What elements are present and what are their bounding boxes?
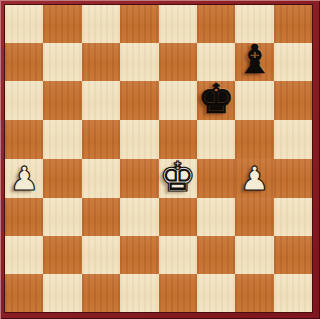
- square-c3: [82, 198, 120, 236]
- square-e3: [159, 198, 197, 236]
- square-d5: [120, 120, 158, 158]
- square-e7: [159, 43, 197, 81]
- square-e4: ♚: [159, 159, 197, 198]
- square-b5: [43, 120, 81, 158]
- square-c2: [82, 236, 120, 274]
- square-b2: [43, 236, 81, 274]
- square-e1: [159, 274, 197, 312]
- square-c6: [82, 81, 120, 120]
- black-king: ♚: [198, 79, 235, 120]
- square-h3: [274, 198, 312, 236]
- square-g3: [235, 198, 273, 236]
- square-e8: [159, 5, 197, 43]
- square-b3: [43, 198, 81, 236]
- square-g4: ♟: [235, 159, 273, 198]
- square-d2: [120, 236, 158, 274]
- square-f2: [197, 236, 235, 274]
- square-f3: [197, 198, 235, 236]
- black-bishop: ♝: [237, 39, 273, 79]
- square-e2: [159, 236, 197, 274]
- square-a6: [5, 81, 43, 120]
- white-king: ♚: [159, 157, 196, 198]
- square-b6: [43, 81, 81, 120]
- square-h8: [274, 5, 312, 43]
- square-d8: [120, 5, 158, 43]
- square-h2: [274, 236, 312, 274]
- square-b4: [43, 159, 81, 198]
- white-pawn: ♟: [240, 162, 270, 195]
- square-f4: [197, 159, 235, 198]
- square-d6: [120, 81, 158, 120]
- square-g6: [235, 81, 273, 120]
- square-h7: [274, 43, 312, 81]
- square-d1: [120, 274, 158, 312]
- square-c1: [82, 274, 120, 312]
- square-d4: [120, 159, 158, 198]
- square-h6: [274, 81, 312, 120]
- square-h4: [274, 159, 312, 198]
- square-c7: [82, 43, 120, 81]
- square-g1: [235, 274, 273, 312]
- square-g2: [235, 236, 273, 274]
- square-f1: [197, 274, 235, 312]
- square-h1: [274, 274, 312, 312]
- square-e6: [159, 81, 197, 120]
- square-a4: ♟: [5, 159, 43, 198]
- square-f5: [197, 120, 235, 158]
- square-a1: [5, 274, 43, 312]
- square-b1: [43, 274, 81, 312]
- square-a3: [5, 198, 43, 236]
- square-f6: ♚: [197, 81, 235, 120]
- square-d3: [120, 198, 158, 236]
- square-d7: [120, 43, 158, 81]
- square-a5: [5, 120, 43, 158]
- square-h5: [274, 120, 312, 158]
- square-a8: [5, 5, 43, 43]
- square-a2: [5, 236, 43, 274]
- square-f8: [197, 5, 235, 43]
- square-b8: [43, 5, 81, 43]
- square-a7: [5, 43, 43, 81]
- chess-board-grid: ♝♚♟♚♟: [5, 5, 312, 312]
- square-c5: [82, 120, 120, 158]
- square-b7: [43, 43, 81, 81]
- square-g5: [235, 120, 273, 158]
- square-g7: ♝: [235, 43, 273, 81]
- chess-board-diagram[interactable]: ♝♚♟♚♟: [0, 0, 320, 319]
- square-c4: [82, 159, 120, 198]
- white-pawn: ♟: [9, 162, 39, 195]
- square-c8: [82, 5, 120, 43]
